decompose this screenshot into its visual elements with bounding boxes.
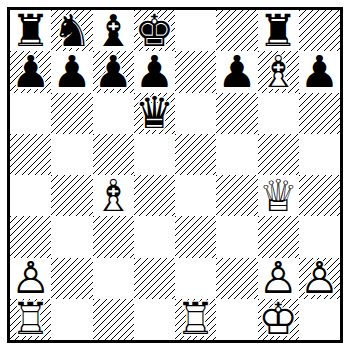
square-a1[interactable]: ♜♖ (10, 299, 51, 340)
white-bishop-glyph: ♗ (93, 175, 134, 216)
square-e6[interactable] (175, 93, 216, 134)
white-bishop-icon: ♝♗ (93, 175, 134, 216)
black-pawn-glyph: ♟ (216, 51, 257, 92)
square-b3[interactable] (51, 216, 92, 257)
square-e3[interactable] (175, 216, 216, 257)
square-c6[interactable] (93, 93, 134, 134)
square-c5[interactable] (93, 134, 134, 175)
square-e4[interactable] (175, 175, 216, 216)
black-pawn-glyph: ♟ (299, 51, 340, 92)
square-c1[interactable] (93, 299, 134, 340)
square-d4[interactable] (134, 175, 175, 216)
chess-board: ♜♜♞♞♝♝♚♚♜♜♟♟♟♟♟♟♟♟♟♟♝♗♟♟♛♛♝♗♛♕♟♙♟♙♟♙♜♖♜♖… (7, 7, 343, 343)
square-a5[interactable] (10, 134, 51, 175)
white-king-icon: ♚♔ (258, 299, 299, 340)
square-h7[interactable]: ♟♟ (299, 51, 340, 92)
square-f2[interactable] (216, 258, 257, 299)
white-rook-icon: ♜♖ (10, 299, 51, 340)
square-f4[interactable] (216, 175, 257, 216)
square-b2[interactable] (51, 258, 92, 299)
square-a4[interactable] (10, 175, 51, 216)
square-d2[interactable] (134, 258, 175, 299)
white-bishop-icon: ♝♗ (258, 51, 299, 92)
square-c3[interactable] (93, 216, 134, 257)
black-pawn-glyph: ♟ (10, 51, 51, 92)
white-rook-icon: ♜♖ (175, 299, 216, 340)
square-a7[interactable]: ♟♟ (10, 51, 51, 92)
square-g1[interactable]: ♚♔ (258, 299, 299, 340)
square-b6[interactable] (51, 93, 92, 134)
square-f3[interactable] (216, 216, 257, 257)
square-d5[interactable] (134, 134, 175, 175)
white-queen-glyph: ♕ (258, 175, 299, 216)
square-b5[interactable] (51, 134, 92, 175)
black-pawn-icon: ♟♟ (93, 51, 134, 92)
black-pawn-glyph: ♟ (93, 51, 134, 92)
black-pawn-icon: ♟♟ (299, 51, 340, 92)
square-h4[interactable] (299, 175, 340, 216)
square-c4[interactable]: ♝♗ (93, 175, 134, 216)
black-pawn-glyph: ♟ (51, 51, 92, 92)
square-f6[interactable] (216, 93, 257, 134)
square-h2[interactable]: ♟♙ (299, 258, 340, 299)
black-queen-glyph: ♛ (134, 93, 175, 134)
square-f1[interactable] (216, 299, 257, 340)
white-pawn-glyph: ♙ (299, 258, 340, 299)
square-h1[interactable] (299, 299, 340, 340)
square-e5[interactable] (175, 134, 216, 175)
black-pawn-icon: ♟♟ (10, 51, 51, 92)
white-rook-glyph: ♖ (175, 299, 216, 340)
black-queen-icon: ♛♛ (134, 93, 175, 134)
square-h6[interactable] (299, 93, 340, 134)
square-g6[interactable] (258, 93, 299, 134)
square-a6[interactable] (10, 93, 51, 134)
square-g4[interactable]: ♛♕ (258, 175, 299, 216)
square-g7[interactable]: ♝♗ (258, 51, 299, 92)
square-g5[interactable] (258, 134, 299, 175)
black-pawn-icon: ♟♟ (216, 51, 257, 92)
white-king-glyph: ♔ (258, 299, 299, 340)
square-e7[interactable] (175, 51, 216, 92)
square-b7[interactable]: ♟♟ (51, 51, 92, 92)
white-queen-icon: ♛♕ (258, 175, 299, 216)
square-h5[interactable] (299, 134, 340, 175)
white-bishop-glyph: ♗ (258, 51, 299, 92)
square-c2[interactable] (93, 258, 134, 299)
white-pawn-icon: ♟♙ (299, 258, 340, 299)
black-pawn-icon: ♟♟ (51, 51, 92, 92)
square-d3[interactable] (134, 216, 175, 257)
square-d6[interactable]: ♛♛ (134, 93, 175, 134)
square-f7[interactable]: ♟♟ (216, 51, 257, 92)
square-d1[interactable] (134, 299, 175, 340)
square-c7[interactable]: ♟♟ (93, 51, 134, 92)
square-f5[interactable] (216, 134, 257, 175)
square-b1[interactable] (51, 299, 92, 340)
square-e1[interactable]: ♜♖ (175, 299, 216, 340)
square-e8[interactable] (175, 10, 216, 51)
square-b4[interactable] (51, 175, 92, 216)
white-rook-glyph: ♖ (10, 299, 51, 340)
